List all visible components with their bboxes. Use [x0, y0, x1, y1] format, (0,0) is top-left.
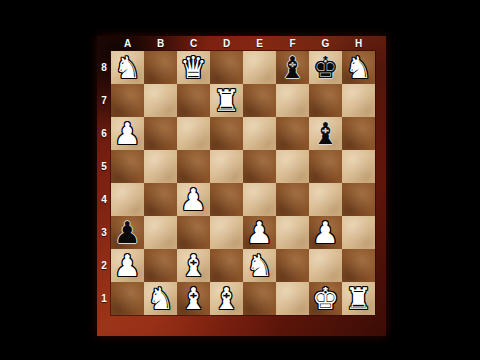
- white-pawn-e3: ♟: [246, 216, 273, 249]
- square-g1[interactable]: ♚: [309, 282, 342, 315]
- black-bishop-f8: ♝: [279, 51, 306, 84]
- white-knight-h8: ♞: [345, 51, 372, 84]
- square-a5[interactable]: [111, 150, 144, 183]
- square-c7[interactable]: [177, 84, 210, 117]
- white-rook-d7: ♜: [213, 84, 240, 117]
- square-c4[interactable]: ♟: [177, 183, 210, 216]
- black-pawn-a3: ♟: [114, 216, 141, 249]
- square-g3[interactable]: ♟: [309, 216, 342, 249]
- square-c8[interactable]: ♛: [177, 51, 210, 84]
- square-a7[interactable]: [111, 84, 144, 117]
- square-d2[interactable]: [210, 249, 243, 282]
- rank-label-6: 6: [97, 117, 111, 150]
- rank-label-5: 5: [97, 150, 111, 183]
- file-label-f: F: [276, 36, 309, 51]
- square-f1[interactable]: [276, 282, 309, 315]
- square-c5[interactable]: [177, 150, 210, 183]
- square-b6[interactable]: [144, 117, 177, 150]
- square-b8[interactable]: [144, 51, 177, 84]
- white-bishop-d1: ♝: [213, 282, 240, 315]
- video-frame-background: ABCDEFGH 87654321 ♞♛♝♚♞♜♟♝♟♟♟♟♟♝♞♞♝♝♚♜: [0, 0, 480, 360]
- square-f2[interactable]: [276, 249, 309, 282]
- white-knight-b1: ♞: [147, 282, 174, 315]
- square-b3[interactable]: [144, 216, 177, 249]
- square-g7[interactable]: [309, 84, 342, 117]
- square-d1[interactable]: ♝: [210, 282, 243, 315]
- square-h7[interactable]: [342, 84, 375, 117]
- square-e3[interactable]: ♟: [243, 216, 276, 249]
- file-label-c: C: [177, 36, 210, 51]
- white-king-g1: ♚: [312, 282, 339, 315]
- square-b5[interactable]: [144, 150, 177, 183]
- rank-label-8: 8: [97, 51, 111, 84]
- square-c3[interactable]: [177, 216, 210, 249]
- file-label-d: D: [210, 36, 243, 51]
- square-e6[interactable]: [243, 117, 276, 150]
- square-e8[interactable]: [243, 51, 276, 84]
- white-bishop-c1: ♝: [180, 282, 207, 315]
- square-c2[interactable]: ♝: [177, 249, 210, 282]
- square-b4[interactable]: [144, 183, 177, 216]
- file-label-b: B: [144, 36, 177, 51]
- square-f7[interactable]: [276, 84, 309, 117]
- square-d6[interactable]: [210, 117, 243, 150]
- file-label-g: G: [309, 36, 342, 51]
- square-h2[interactable]: [342, 249, 375, 282]
- rank-labels: 87654321: [97, 51, 111, 315]
- rank-label-2: 2: [97, 249, 111, 282]
- black-bishop-g6: ♝: [312, 117, 339, 150]
- square-a2[interactable]: ♟: [111, 249, 144, 282]
- white-queen-c8: ♛: [180, 51, 207, 84]
- file-label-h: H: [342, 36, 375, 51]
- white-pawn-c4: ♟: [180, 183, 207, 216]
- square-h5[interactable]: [342, 150, 375, 183]
- square-d8[interactable]: [210, 51, 243, 84]
- square-g5[interactable]: [309, 150, 342, 183]
- square-f8[interactable]: ♝: [276, 51, 309, 84]
- square-g8[interactable]: ♚: [309, 51, 342, 84]
- white-knight-a8: ♞: [114, 51, 141, 84]
- square-h4[interactable]: [342, 183, 375, 216]
- square-e4[interactable]: [243, 183, 276, 216]
- square-b2[interactable]: [144, 249, 177, 282]
- square-e5[interactable]: [243, 150, 276, 183]
- rank-label-7: 7: [97, 84, 111, 117]
- square-a6[interactable]: ♟: [111, 117, 144, 150]
- square-g6[interactable]: ♝: [309, 117, 342, 150]
- board-frame: ABCDEFGH 87654321 ♞♛♝♚♞♜♟♝♟♟♟♟♟♝♞♞♝♝♚♜: [97, 36, 386, 336]
- square-b1[interactable]: ♞: [144, 282, 177, 315]
- square-c1[interactable]: ♝: [177, 282, 210, 315]
- square-g2[interactable]: [309, 249, 342, 282]
- square-f5[interactable]: [276, 150, 309, 183]
- file-labels: ABCDEFGH: [111, 36, 375, 51]
- square-f3[interactable]: [276, 216, 309, 249]
- white-knight-e2: ♞: [246, 249, 273, 282]
- square-h8[interactable]: ♞: [342, 51, 375, 84]
- square-e7[interactable]: [243, 84, 276, 117]
- square-e1[interactable]: [243, 282, 276, 315]
- white-pawn-a2: ♟: [114, 249, 141, 282]
- square-d4[interactable]: [210, 183, 243, 216]
- square-h3[interactable]: [342, 216, 375, 249]
- square-g4[interactable]: [309, 183, 342, 216]
- rank-label-4: 4: [97, 183, 111, 216]
- square-d7[interactable]: ♜: [210, 84, 243, 117]
- square-a3[interactable]: ♟: [111, 216, 144, 249]
- square-c6[interactable]: [177, 117, 210, 150]
- file-label-e: E: [243, 36, 276, 51]
- square-a1[interactable]: [111, 282, 144, 315]
- square-b7[interactable]: [144, 84, 177, 117]
- square-f6[interactable]: [276, 117, 309, 150]
- square-a4[interactable]: [111, 183, 144, 216]
- black-king-g8: ♚: [312, 51, 339, 84]
- rank-label-3: 3: [97, 216, 111, 249]
- square-h1[interactable]: ♜: [342, 282, 375, 315]
- square-d3[interactable]: [210, 216, 243, 249]
- white-pawn-g3: ♟: [312, 216, 339, 249]
- square-h6[interactable]: [342, 117, 375, 150]
- chessboard: ♞♛♝♚♞♜♟♝♟♟♟♟♟♝♞♞♝♝♚♜: [111, 51, 375, 315]
- square-d5[interactable]: [210, 150, 243, 183]
- square-f4[interactable]: [276, 183, 309, 216]
- square-a8[interactable]: ♞: [111, 51, 144, 84]
- white-rook-h1: ♜: [345, 282, 372, 315]
- rank-label-1: 1: [97, 282, 111, 315]
- white-pawn-a6: ♟: [114, 117, 141, 150]
- file-label-a: A: [111, 36, 144, 51]
- white-bishop-c2: ♝: [180, 249, 207, 282]
- square-e2[interactable]: ♞: [243, 249, 276, 282]
